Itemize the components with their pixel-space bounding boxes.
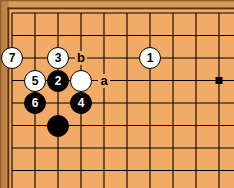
go-board-diagram: 7315264ba [0, 0, 234, 188]
board-grid: 7315264ba [1, 2, 231, 182]
intersection-C14 [47, 114, 70, 137]
stone-white-plain [70, 70, 92, 92]
intersection-A17: 7 [1, 47, 24, 70]
intersection-E16: a [93, 69, 116, 92]
stone-black-plain [47, 115, 69, 137]
intersection-C17: 3 [47, 47, 70, 70]
intersection-D15: 4 [70, 92, 93, 115]
point-label-a: a [98, 74, 109, 88]
intersection-G17: 1 [139, 47, 162, 70]
intersection-B15: 6 [24, 92, 47, 115]
intersection-D16 [70, 69, 93, 92]
intersection-B16: 5 [24, 69, 47, 92]
stone-white-7: 7 [1, 47, 23, 69]
stone-black-4: 4 [70, 92, 92, 114]
stone-white-1: 1 [139, 47, 161, 69]
stone-white-5: 5 [24, 70, 46, 92]
stone-white-3: 3 [47, 47, 69, 69]
intersection-C16: 2 [47, 69, 70, 92]
intersection-D17: b [70, 47, 93, 70]
point-label-b: b [75, 51, 87, 65]
stone-black-6: 6 [24, 92, 46, 114]
stone-black-2: 2 [47, 70, 69, 92]
